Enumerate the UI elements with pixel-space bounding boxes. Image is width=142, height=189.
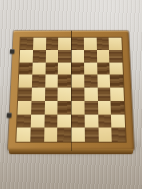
square-d8[interactable] [58, 38, 71, 50]
square-e8[interactable] [71, 38, 84, 50]
square-a1[interactable] [16, 128, 30, 142]
square-g4[interactable] [97, 88, 111, 101]
square-g3[interactable] [97, 101, 111, 114]
square-e6[interactable] [71, 62, 84, 75]
square-c6[interactable] [45, 62, 58, 75]
square-d6[interactable] [58, 62, 71, 75]
square-g2[interactable] [98, 114, 112, 128]
square-g7[interactable] [96, 50, 109, 62]
square-a2[interactable] [17, 114, 31, 128]
square-e2[interactable] [71, 114, 85, 128]
square-b8[interactable] [33, 38, 46, 50]
square-b7[interactable] [32, 50, 45, 62]
square-b1[interactable] [30, 128, 44, 142]
square-d4[interactable] [58, 88, 71, 101]
square-h6[interactable] [110, 62, 123, 75]
square-g1[interactable] [98, 128, 112, 142]
square-b3[interactable] [31, 101, 45, 114]
square-a6[interactable] [19, 62, 32, 75]
square-h5[interactable] [110, 75, 124, 88]
square-c8[interactable] [46, 38, 59, 50]
square-a5[interactable] [19, 75, 33, 88]
square-d5[interactable] [58, 75, 71, 88]
square-a4[interactable] [18, 88, 32, 101]
square-f1[interactable] [85, 128, 99, 142]
square-f6[interactable] [84, 62, 97, 75]
clasp-upper [10, 49, 15, 53]
square-b4[interactable] [31, 88, 45, 101]
square-e1[interactable] [71, 128, 85, 142]
square-a3[interactable] [17, 101, 31, 114]
square-b2[interactable] [30, 114, 44, 128]
square-c2[interactable] [44, 114, 58, 128]
square-d3[interactable] [58, 101, 71, 114]
square-h3[interactable] [111, 101, 125, 114]
board-wrap [8, 24, 134, 150]
square-f7[interactable] [84, 50, 97, 62]
square-g6[interactable] [97, 62, 110, 75]
square-g5[interactable] [97, 75, 110, 88]
square-h4[interactable] [110, 88, 124, 101]
square-f2[interactable] [84, 114, 98, 128]
chess-board [8, 31, 134, 150]
square-f8[interactable] [84, 38, 97, 50]
square-f5[interactable] [84, 75, 97, 88]
square-c7[interactable] [45, 50, 58, 62]
square-b6[interactable] [32, 62, 45, 75]
square-c4[interactable] [45, 88, 58, 101]
square-e7[interactable] [71, 50, 84, 62]
square-f4[interactable] [84, 88, 97, 101]
square-d1[interactable] [57, 128, 71, 142]
square-a7[interactable] [20, 50, 33, 62]
square-c1[interactable] [44, 128, 58, 142]
square-h8[interactable] [109, 38, 122, 50]
square-c3[interactable] [44, 101, 58, 114]
square-e3[interactable] [71, 101, 84, 114]
square-f3[interactable] [84, 101, 98, 114]
square-h2[interactable] [111, 114, 125, 128]
square-h1[interactable] [112, 128, 126, 142]
square-a8[interactable] [20, 38, 33, 50]
square-h7[interactable] [109, 50, 122, 62]
square-d7[interactable] [58, 50, 71, 62]
board-fold-seam [70, 31, 71, 151]
square-e5[interactable] [71, 75, 84, 88]
table-surface [0, 0, 142, 189]
square-c5[interactable] [45, 75, 58, 88]
square-g8[interactable] [96, 38, 109, 50]
square-b5[interactable] [32, 75, 45, 88]
clasp-lower [7, 113, 12, 118]
square-e4[interactable] [71, 88, 84, 101]
square-d2[interactable] [57, 114, 71, 128]
